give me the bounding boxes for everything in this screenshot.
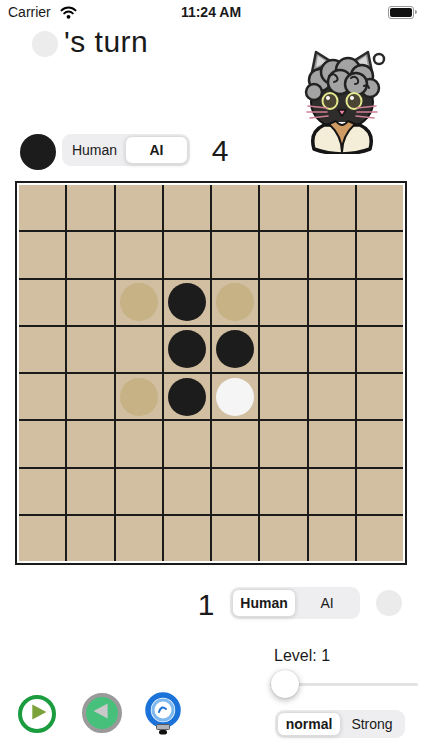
white-ai-segment[interactable]: AI: [296, 589, 358, 617]
cell-f5[interactable]: [260, 374, 306, 419]
cell-a5[interactable]: [19, 374, 65, 419]
cell-b6[interactable]: [67, 421, 113, 466]
legal-move-hint[interactable]: [216, 283, 254, 321]
cell-e3[interactable]: [212, 280, 258, 325]
cell-g2[interactable]: [309, 232, 355, 277]
cell-b7[interactable]: [67, 469, 113, 514]
battery-fill: [390, 8, 412, 17]
black-score: 4: [198, 134, 242, 168]
black-player-mode-control: Human AI: [62, 134, 190, 166]
white-player-disc: [376, 590, 402, 616]
strength-normal-segment[interactable]: normal: [277, 712, 341, 736]
cat-avatar: [296, 46, 388, 158]
level-label: Level: 1: [274, 647, 330, 665]
cell-a4[interactable]: [19, 327, 65, 372]
cell-h5[interactable]: [357, 374, 403, 419]
cell-f7[interactable]: [260, 469, 306, 514]
cell-e5[interactable]: [212, 374, 258, 419]
cell-c2[interactable]: [116, 232, 162, 277]
cell-g3[interactable]: [309, 280, 355, 325]
cell-e1[interactable]: [212, 185, 258, 230]
cell-d8[interactable]: [164, 516, 210, 561]
cell-f8[interactable]: [260, 516, 306, 561]
black-disc: [168, 330, 206, 368]
white-score: 1: [184, 588, 228, 622]
cell-a2[interactable]: [19, 232, 65, 277]
cell-f1[interactable]: [260, 185, 306, 230]
cell-e4[interactable]: [212, 327, 258, 372]
play-icon: [23, 698, 51, 730]
cell-g8[interactable]: [309, 516, 355, 561]
cell-b8[interactable]: [67, 516, 113, 561]
board-grid: [19, 185, 403, 561]
cell-c1[interactable]: [116, 185, 162, 230]
cell-f6[interactable]: [260, 421, 306, 466]
cell-c5[interactable]: [116, 374, 162, 419]
black-ai-segment[interactable]: AI: [125, 136, 188, 164]
cell-d6[interactable]: [164, 421, 210, 466]
legal-move-hint[interactable]: [120, 378, 158, 416]
black-human-segment[interactable]: Human: [64, 136, 125, 164]
cell-h3[interactable]: [357, 280, 403, 325]
level-slider-thumb[interactable]: [271, 670, 299, 698]
cell-h6[interactable]: [357, 421, 403, 466]
cell-d7[interactable]: [164, 469, 210, 514]
cell-f3[interactable]: [260, 280, 306, 325]
cell-d4[interactable]: [164, 327, 210, 372]
cell-g7[interactable]: [309, 469, 355, 514]
cell-b1[interactable]: [67, 185, 113, 230]
legal-move-hint[interactable]: [120, 283, 158, 321]
cell-a6[interactable]: [19, 421, 65, 466]
app-screen: Carrier 11:24 AM 's turn: [0, 0, 422, 750]
cell-a1[interactable]: [19, 185, 65, 230]
cell-b3[interactable]: [67, 280, 113, 325]
clock: 11:24 AM: [0, 4, 422, 20]
cell-g6[interactable]: [309, 421, 355, 466]
cell-e7[interactable]: [212, 469, 258, 514]
battery-icon: [388, 6, 414, 19]
battery-nub: [415, 10, 417, 14]
white-disc: [216, 378, 254, 416]
cell-e2[interactable]: [212, 232, 258, 277]
white-human-segment[interactable]: Human: [232, 589, 296, 617]
cell-f2[interactable]: [260, 232, 306, 277]
cell-c7[interactable]: [116, 469, 162, 514]
cell-h8[interactable]: [357, 516, 403, 561]
turn-indicator-disc: [32, 31, 58, 57]
lightbulb-icon: [140, 690, 186, 740]
cell-b5[interactable]: [67, 374, 113, 419]
back-button[interactable]: [82, 693, 122, 733]
cell-a8[interactable]: [19, 516, 65, 561]
cell-b2[interactable]: [67, 232, 113, 277]
cell-a7[interactable]: [19, 469, 65, 514]
cell-g4[interactable]: [309, 327, 355, 372]
cell-h2[interactable]: [357, 232, 403, 277]
back-icon: [88, 697, 116, 729]
cell-e6[interactable]: [212, 421, 258, 466]
cell-d1[interactable]: [164, 185, 210, 230]
cell-c6[interactable]: [116, 421, 162, 466]
cell-e8[interactable]: [212, 516, 258, 561]
cell-a3[interactable]: [19, 280, 65, 325]
white-player-mode-control: Human AI: [230, 587, 360, 619]
cell-h7[interactable]: [357, 469, 403, 514]
cell-d3[interactable]: [164, 280, 210, 325]
reversi-board: [15, 181, 407, 565]
cell-h4[interactable]: [357, 327, 403, 372]
cell-h1[interactable]: [357, 185, 403, 230]
black-disc: [168, 283, 206, 321]
cell-d2[interactable]: [164, 232, 210, 277]
cell-c8[interactable]: [116, 516, 162, 561]
black-disc: [168, 378, 206, 416]
forward-button[interactable]: [18, 695, 56, 733]
cell-f4[interactable]: [260, 327, 306, 372]
black-player-disc: [20, 134, 56, 170]
cell-c4[interactable]: [116, 327, 162, 372]
cell-g1[interactable]: [309, 185, 355, 230]
strength-strong-segment[interactable]: Strong: [341, 712, 403, 736]
cell-b4[interactable]: [67, 327, 113, 372]
ai-strength-control: normal Strong: [275, 710, 405, 738]
black-disc: [216, 330, 254, 368]
cell-g5[interactable]: [309, 374, 355, 419]
cell-c3[interactable]: [116, 280, 162, 325]
cell-d5[interactable]: [164, 374, 210, 419]
hint-button[interactable]: [140, 692, 186, 738]
turn-label: 's turn: [64, 25, 148, 59]
